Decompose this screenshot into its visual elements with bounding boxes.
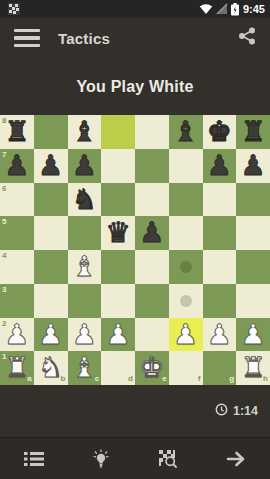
file-label-c: c <box>95 375 99 383</box>
square-d4[interactable] <box>101 250 135 284</box>
status-bar: 9:45 <box>0 0 270 18</box>
square-f7[interactable] <box>169 149 203 183</box>
square-e6[interactable] <box>135 183 169 217</box>
piece-white-king-e1: ♚ <box>139 351 164 385</box>
rank-label-2: 2 <box>2 320 6 328</box>
square-f3[interactable] <box>169 284 203 318</box>
square-h3[interactable] <box>236 284 270 318</box>
square-e3[interactable] <box>135 284 169 318</box>
square-d3[interactable] <box>101 284 135 318</box>
rank-label-1: 1 <box>2 353 6 361</box>
status-time: 9:45 <box>243 3 265 15</box>
arrow-right-icon <box>226 450 246 468</box>
piece-white-rook-h1: ♜ <box>241 351 266 385</box>
square-f4[interactable] <box>169 250 203 284</box>
square-g2[interactable]: ♟ <box>203 318 237 352</box>
file-label-g: g <box>229 375 234 383</box>
piece-black-king-g8: ♚ <box>207 115 232 149</box>
piece-black-bishop-c8: ♝ <box>72 115 97 149</box>
square-a1[interactable]: 1a♜ <box>0 351 34 385</box>
square-e8[interactable] <box>135 115 169 149</box>
square-d2[interactable]: ♟ <box>101 318 135 352</box>
piece-white-pawn-d2: ♟ <box>106 318 131 352</box>
rank-label-5: 5 <box>2 218 6 226</box>
file-label-d: d <box>128 375 133 383</box>
square-h2[interactable]: ♟ <box>236 318 270 352</box>
piece-black-knight-c6: ♞ <box>72 183 97 217</box>
piece-black-rook-h8: ♜ <box>241 115 266 149</box>
square-a8[interactable]: 8♜ <box>0 115 34 149</box>
square-b2[interactable]: ♟ <box>34 318 68 352</box>
move-hint-dot-f3[interactable] <box>180 295 192 307</box>
square-g4[interactable] <box>203 250 237 284</box>
analyze-button[interactable] <box>150 445 186 473</box>
square-h6[interactable] <box>236 183 270 217</box>
square-f5[interactable] <box>169 216 203 250</box>
square-a5[interactable]: 5 <box>0 216 34 250</box>
square-b7[interactable]: ♟ <box>34 149 68 183</box>
square-e2[interactable] <box>135 318 169 352</box>
square-e5[interactable]: ♟ <box>135 216 169 250</box>
square-f8[interactable]: ♝ <box>169 115 203 149</box>
rank-label-4: 4 <box>2 252 6 260</box>
square-b1[interactable]: b♞ <box>34 351 68 385</box>
bottom-toolbar <box>0 437 270 479</box>
file-label-e: e <box>162 375 166 383</box>
piece-white-rook-a1: ♜ <box>4 351 29 385</box>
timer-row: 1:14 <box>0 385 270 437</box>
square-d8[interactable] <box>101 115 135 149</box>
square-b3[interactable] <box>34 284 68 318</box>
square-c5[interactable] <box>68 216 102 250</box>
file-label-b: b <box>61 375 66 383</box>
checkered-app-notification-icon <box>8 3 20 15</box>
square-h8[interactable]: ♜ <box>236 115 270 149</box>
square-d1[interactable]: d <box>101 351 135 385</box>
square-g7[interactable]: ♟ <box>203 149 237 183</box>
piece-white-pawn-c2: ♟ <box>72 318 97 352</box>
banner-text: You Play White <box>76 78 193 96</box>
move-hint-dot-f4[interactable] <box>180 261 192 273</box>
square-d7[interactable] <box>101 149 135 183</box>
square-c7[interactable]: ♟ <box>68 149 102 183</box>
square-h7[interactable]: ♟ <box>236 149 270 183</box>
hint-button[interactable] <box>84 445 118 473</box>
piece-white-bishop-c4: ♝ <box>72 250 97 284</box>
square-b6[interactable] <box>34 183 68 217</box>
square-a4[interactable]: 4 <box>0 250 34 284</box>
piece-black-pawn-h7: ♟ <box>241 149 266 183</box>
square-c3[interactable] <box>68 284 102 318</box>
menu-icon[interactable] <box>14 29 40 48</box>
square-d5[interactable]: ♛ <box>101 216 135 250</box>
piece-black-bishop-f8: ♝ <box>173 115 198 149</box>
square-g5[interactable] <box>203 216 237 250</box>
piece-black-pawn-e5: ♟ <box>139 216 164 250</box>
square-c1[interactable]: c♝ <box>68 351 102 385</box>
rank-label-3: 3 <box>2 286 6 294</box>
square-f6[interactable] <box>169 183 203 217</box>
square-b4[interactable] <box>34 250 68 284</box>
square-c2[interactable]: ♟ <box>68 318 102 352</box>
piece-white-pawn-f2: ♟ <box>173 318 198 352</box>
moves-list-button[interactable] <box>16 447 52 471</box>
battery-charging-icon <box>231 3 239 16</box>
piece-black-rook-a8: ♜ <box>4 115 29 149</box>
piece-black-queen-d5: ♛ <box>106 216 131 250</box>
banner: You Play White <box>0 58 270 115</box>
piece-white-knight-b1: ♞ <box>38 351 63 385</box>
square-a7[interactable]: 7♟ <box>0 149 34 183</box>
square-e7[interactable] <box>135 149 169 183</box>
piece-black-pawn-b7: ♟ <box>38 149 63 183</box>
piece-white-pawn-b2: ♟ <box>38 318 63 352</box>
square-c4[interactable]: ♝ <box>68 250 102 284</box>
piece-black-pawn-c7: ♟ <box>72 149 97 183</box>
no-signal-icon <box>216 3 228 15</box>
rank-label-7: 7 <box>2 151 6 159</box>
square-d6[interactable] <box>101 183 135 217</box>
file-label-a: a <box>27 375 31 383</box>
piece-white-pawn-g2: ♟ <box>207 318 232 352</box>
wifi-icon <box>199 3 213 15</box>
square-c8[interactable]: ♝ <box>68 115 102 149</box>
square-g6[interactable] <box>203 183 237 217</box>
next-button[interactable] <box>218 446 254 472</box>
list-icon <box>24 451 44 467</box>
file-label-h: h <box>263 375 268 383</box>
piece-black-pawn-g7: ♟ <box>207 149 232 183</box>
clock-icon <box>215 402 228 420</box>
square-a3[interactable]: 3 <box>0 284 34 318</box>
square-g8[interactable]: ♚ <box>203 115 237 149</box>
file-label-f: f <box>198 375 201 383</box>
piece-black-pawn-a7: ♟ <box>4 149 29 183</box>
square-c6[interactable]: ♞ <box>68 183 102 217</box>
piece-white-pawn-h2: ♟ <box>241 318 266 352</box>
square-e4[interactable] <box>135 250 169 284</box>
page-title: Tactics <box>58 30 110 47</box>
lightbulb-icon <box>92 449 110 469</box>
rank-label-6: 6 <box>2 185 6 193</box>
square-a2[interactable]: 2♟ <box>0 318 34 352</box>
square-g3[interactable] <box>203 284 237 318</box>
square-h1[interactable]: h♜ <box>236 351 270 385</box>
square-g1[interactable]: g <box>203 351 237 385</box>
rank-label-8: 8 <box>2 117 6 125</box>
square-f2[interactable]: ♟ <box>169 318 203 352</box>
square-b5[interactable] <box>34 216 68 250</box>
square-e1[interactable]: e♚ <box>135 351 169 385</box>
piece-white-bishop-c1: ♝ <box>72 351 97 385</box>
board-search-icon <box>158 449 178 469</box>
square-h5[interactable] <box>236 216 270 250</box>
square-b8[interactable] <box>34 115 68 149</box>
square-a6[interactable]: 6 <box>0 183 34 217</box>
square-f1[interactable]: f <box>169 351 203 385</box>
app-bar: Tactics <box>0 18 270 58</box>
chess-board[interactable]: 8♜♝♝♚♜7♟♟♟♟♟6♞5♛♟4♝32♟♟♟♟♟♟♟1a♜b♞c♝de♚fg… <box>0 115 270 385</box>
piece-white-pawn-a2: ♟ <box>4 318 29 352</box>
timer-value: 1:14 <box>233 404 258 418</box>
share-icon[interactable] <box>238 27 256 49</box>
square-h4[interactable] <box>236 250 270 284</box>
